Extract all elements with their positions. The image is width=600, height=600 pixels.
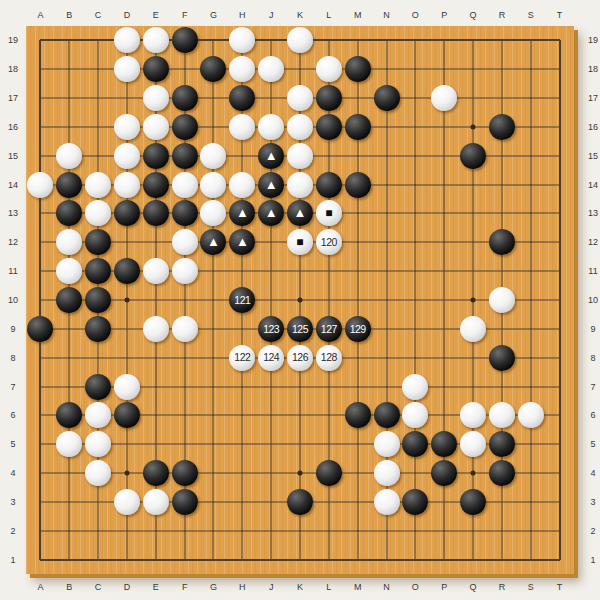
intersection-T9[interactable]: [545, 314, 574, 343]
intersection-G15[interactable]: [199, 141, 228, 170]
intersection-B11[interactable]: [55, 257, 84, 286]
intersection-F3[interactable]: [170, 487, 199, 516]
intersection-K4[interactable]: [286, 459, 315, 488]
intersection-D13[interactable]: [113, 199, 142, 228]
intersection-D6[interactable]: [113, 401, 142, 430]
intersection-B15[interactable]: [55, 141, 84, 170]
intersection-T10[interactable]: [545, 286, 574, 315]
intersection-K12[interactable]: ■: [286, 228, 315, 257]
intersection-O19[interactable]: [401, 26, 430, 55]
intersection-O7[interactable]: [401, 372, 430, 401]
intersection-Q18[interactable]: [459, 55, 488, 84]
intersection-M4[interactable]: [343, 459, 372, 488]
intersection-C11[interactable]: [84, 257, 113, 286]
intersection-B2[interactable]: [55, 516, 84, 545]
intersection-D14[interactable]: [113, 170, 142, 199]
intersection-S19[interactable]: [516, 26, 545, 55]
intersection-H10[interactable]: 121: [228, 286, 257, 315]
intersection-R13[interactable]: [487, 199, 516, 228]
intersection-S12[interactable]: [516, 228, 545, 257]
intersection-G17[interactable]: [199, 84, 228, 113]
intersection-G19[interactable]: [199, 26, 228, 55]
intersection-C2[interactable]: [84, 516, 113, 545]
intersection-A1[interactable]: [26, 545, 55, 574]
intersection-D17[interactable]: [113, 84, 142, 113]
intersection-L9[interactable]: 127: [314, 314, 343, 343]
intersection-H13[interactable]: ▲: [228, 199, 257, 228]
intersection-F15[interactable]: [170, 141, 199, 170]
intersection-A3[interactable]: [26, 487, 55, 516]
intersection-J18[interactable]: [257, 55, 286, 84]
intersection-A6[interactable]: [26, 401, 55, 430]
intersection-C17[interactable]: [84, 84, 113, 113]
intersection-C16[interactable]: [84, 113, 113, 142]
intersection-P19[interactable]: [430, 26, 459, 55]
intersection-T1[interactable]: [545, 545, 574, 574]
intersection-S13[interactable]: [516, 199, 545, 228]
intersection-N1[interactable]: [372, 545, 401, 574]
intersection-R17[interactable]: [487, 84, 516, 113]
intersection-H19[interactable]: [228, 26, 257, 55]
intersection-J19[interactable]: [257, 26, 286, 55]
intersection-T17[interactable]: [545, 84, 574, 113]
intersection-E10[interactable]: [141, 286, 170, 315]
intersection-C10[interactable]: [84, 286, 113, 315]
intersection-K13[interactable]: ▲: [286, 199, 315, 228]
intersection-G16[interactable]: [199, 113, 228, 142]
intersection-N15[interactable]: [372, 141, 401, 170]
intersection-N9[interactable]: [372, 314, 401, 343]
intersection-A7[interactable]: [26, 372, 55, 401]
intersection-B19[interactable]: [55, 26, 84, 55]
intersection-C12[interactable]: [84, 228, 113, 257]
intersection-N12[interactable]: [372, 228, 401, 257]
intersection-Q11[interactable]: [459, 257, 488, 286]
intersection-R18[interactable]: [487, 55, 516, 84]
intersection-A11[interactable]: [26, 257, 55, 286]
intersection-S10[interactable]: [516, 286, 545, 315]
intersection-J1[interactable]: [257, 545, 286, 574]
intersection-R6[interactable]: [487, 401, 516, 430]
intersection-L6[interactable]: [314, 401, 343, 430]
intersection-E5[interactable]: [141, 430, 170, 459]
intersection-C5[interactable]: [84, 430, 113, 459]
intersection-L17[interactable]: [314, 84, 343, 113]
intersection-K11[interactable]: [286, 257, 315, 286]
intersection-R1[interactable]: [487, 545, 516, 574]
intersection-R2[interactable]: [487, 516, 516, 545]
intersection-C7[interactable]: [84, 372, 113, 401]
intersection-F19[interactable]: [170, 26, 199, 55]
intersection-M7[interactable]: [343, 372, 372, 401]
intersection-K7[interactable]: [286, 372, 315, 401]
intersection-Q6[interactable]: [459, 401, 488, 430]
intersection-F11[interactable]: [170, 257, 199, 286]
intersection-B8[interactable]: [55, 343, 84, 372]
intersection-S17[interactable]: [516, 84, 545, 113]
intersection-D1[interactable]: [113, 545, 142, 574]
intersection-O12[interactable]: [401, 228, 430, 257]
intersection-S3[interactable]: [516, 487, 545, 516]
intersection-Q5[interactable]: [459, 430, 488, 459]
intersection-O3[interactable]: [401, 487, 430, 516]
intersection-E17[interactable]: [141, 84, 170, 113]
intersection-P16[interactable]: [430, 113, 459, 142]
intersection-F17[interactable]: [170, 84, 199, 113]
intersection-N3[interactable]: [372, 487, 401, 516]
intersection-L2[interactable]: [314, 516, 343, 545]
intersection-F1[interactable]: [170, 545, 199, 574]
intersection-G8[interactable]: [199, 343, 228, 372]
intersection-E7[interactable]: [141, 372, 170, 401]
intersection-M19[interactable]: [343, 26, 372, 55]
intersection-B18[interactable]: [55, 55, 84, 84]
intersection-K15[interactable]: [286, 141, 315, 170]
intersection-S2[interactable]: [516, 516, 545, 545]
intersection-F7[interactable]: [170, 372, 199, 401]
intersection-P8[interactable]: [430, 343, 459, 372]
intersection-S14[interactable]: [516, 170, 545, 199]
intersection-H1[interactable]: [228, 545, 257, 574]
intersection-C18[interactable]: [84, 55, 113, 84]
intersection-T16[interactable]: [545, 113, 574, 142]
intersection-A4[interactable]: [26, 459, 55, 488]
intersection-H3[interactable]: [228, 487, 257, 516]
intersection-M10[interactable]: [343, 286, 372, 315]
intersection-J16[interactable]: [257, 113, 286, 142]
intersection-T14[interactable]: [545, 170, 574, 199]
intersection-J4[interactable]: [257, 459, 286, 488]
intersection-M12[interactable]: [343, 228, 372, 257]
intersection-T8[interactable]: [545, 343, 574, 372]
intersection-C4[interactable]: [84, 459, 113, 488]
intersection-J6[interactable]: [257, 401, 286, 430]
intersection-G7[interactable]: [199, 372, 228, 401]
intersection-S1[interactable]: [516, 545, 545, 574]
intersection-E11[interactable]: [141, 257, 170, 286]
intersection-T15[interactable]: [545, 141, 574, 170]
intersection-O10[interactable]: [401, 286, 430, 315]
intersection-P17[interactable]: [430, 84, 459, 113]
intersection-B13[interactable]: [55, 199, 84, 228]
intersection-S8[interactable]: [516, 343, 545, 372]
intersection-N16[interactable]: [372, 113, 401, 142]
intersection-H4[interactable]: [228, 459, 257, 488]
intersection-D8[interactable]: [113, 343, 142, 372]
intersection-J13[interactable]: ▲: [257, 199, 286, 228]
intersection-M2[interactable]: [343, 516, 372, 545]
intersection-S16[interactable]: [516, 113, 545, 142]
intersection-C15[interactable]: [84, 141, 113, 170]
intersection-N4[interactable]: [372, 459, 401, 488]
intersection-P7[interactable]: [430, 372, 459, 401]
intersection-D19[interactable]: [113, 26, 142, 55]
intersection-L1[interactable]: [314, 545, 343, 574]
intersection-F13[interactable]: [170, 199, 199, 228]
intersection-D4[interactable]: [113, 459, 142, 488]
intersection-Q16[interactable]: [459, 113, 488, 142]
intersection-E2[interactable]: [141, 516, 170, 545]
intersection-L12[interactable]: 120: [314, 228, 343, 257]
intersection-D18[interactable]: [113, 55, 142, 84]
intersection-J11[interactable]: [257, 257, 286, 286]
intersection-N6[interactable]: [372, 401, 401, 430]
intersection-F9[interactable]: [170, 314, 199, 343]
intersection-B12[interactable]: [55, 228, 84, 257]
intersection-E13[interactable]: [141, 199, 170, 228]
intersection-L18[interactable]: [314, 55, 343, 84]
intersection-J17[interactable]: [257, 84, 286, 113]
intersection-T6[interactable]: [545, 401, 574, 430]
intersection-O15[interactable]: [401, 141, 430, 170]
intersection-J7[interactable]: [257, 372, 286, 401]
intersection-R14[interactable]: [487, 170, 516, 199]
intersection-O13[interactable]: [401, 199, 430, 228]
intersection-M1[interactable]: [343, 545, 372, 574]
intersection-Q7[interactable]: [459, 372, 488, 401]
intersection-H6[interactable]: [228, 401, 257, 430]
intersection-M18[interactable]: [343, 55, 372, 84]
intersection-B16[interactable]: [55, 113, 84, 142]
intersection-G18[interactable]: [199, 55, 228, 84]
intersection-G1[interactable]: [199, 545, 228, 574]
intersection-Q9[interactable]: [459, 314, 488, 343]
intersection-S18[interactable]: [516, 55, 545, 84]
intersection-E18[interactable]: [141, 55, 170, 84]
intersection-R4[interactable]: [487, 459, 516, 488]
intersection-M9[interactable]: 129: [343, 314, 372, 343]
intersection-K19[interactable]: [286, 26, 315, 55]
intersection-M17[interactable]: [343, 84, 372, 113]
intersection-R3[interactable]: [487, 487, 516, 516]
intersection-S6[interactable]: [516, 401, 545, 430]
intersection-O1[interactable]: [401, 545, 430, 574]
intersection-N8[interactable]: [372, 343, 401, 372]
intersection-H14[interactable]: [228, 170, 257, 199]
intersection-M8[interactable]: [343, 343, 372, 372]
intersection-O18[interactable]: [401, 55, 430, 84]
intersection-K2[interactable]: [286, 516, 315, 545]
intersection-S11[interactable]: [516, 257, 545, 286]
intersection-P11[interactable]: [430, 257, 459, 286]
intersection-A5[interactable]: [26, 430, 55, 459]
intersection-F4[interactable]: [170, 459, 199, 488]
intersection-C1[interactable]: [84, 545, 113, 574]
intersection-F8[interactable]: [170, 343, 199, 372]
intersection-N18[interactable]: [372, 55, 401, 84]
intersection-G3[interactable]: [199, 487, 228, 516]
intersection-B6[interactable]: [55, 401, 84, 430]
intersection-Q4[interactable]: [459, 459, 488, 488]
intersection-T13[interactable]: [545, 199, 574, 228]
intersection-J3[interactable]: [257, 487, 286, 516]
intersection-N14[interactable]: [372, 170, 401, 199]
intersection-A2[interactable]: [26, 516, 55, 545]
intersection-H5[interactable]: [228, 430, 257, 459]
intersection-O9[interactable]: [401, 314, 430, 343]
intersection-Q17[interactable]: [459, 84, 488, 113]
intersection-N13[interactable]: [372, 199, 401, 228]
intersection-Q15[interactable]: [459, 141, 488, 170]
intersection-O2[interactable]: [401, 516, 430, 545]
intersection-N19[interactable]: [372, 26, 401, 55]
intersection-N17[interactable]: [372, 84, 401, 113]
intersection-O14[interactable]: [401, 170, 430, 199]
intersection-G9[interactable]: [199, 314, 228, 343]
intersection-E14[interactable]: [141, 170, 170, 199]
intersection-H16[interactable]: [228, 113, 257, 142]
intersection-R16[interactable]: [487, 113, 516, 142]
intersection-H8[interactable]: 122: [228, 343, 257, 372]
intersection-A18[interactable]: [26, 55, 55, 84]
intersection-L13[interactable]: ■: [314, 199, 343, 228]
intersection-O17[interactable]: [401, 84, 430, 113]
intersection-B4[interactable]: [55, 459, 84, 488]
intersection-R15[interactable]: [487, 141, 516, 170]
intersection-H9[interactable]: [228, 314, 257, 343]
intersection-L19[interactable]: [314, 26, 343, 55]
intersection-K8[interactable]: 126: [286, 343, 315, 372]
intersection-D16[interactable]: [113, 113, 142, 142]
intersection-K5[interactable]: [286, 430, 315, 459]
intersection-A9[interactable]: [26, 314, 55, 343]
intersection-T19[interactable]: [545, 26, 574, 55]
intersection-G11[interactable]: [199, 257, 228, 286]
intersection-G12[interactable]: ▲: [199, 228, 228, 257]
intersection-S7[interactable]: [516, 372, 545, 401]
intersection-L11[interactable]: [314, 257, 343, 286]
intersection-G4[interactable]: [199, 459, 228, 488]
intersection-J15[interactable]: ▲: [257, 141, 286, 170]
intersection-H18[interactable]: [228, 55, 257, 84]
intersection-N7[interactable]: [372, 372, 401, 401]
intersection-N5[interactable]: [372, 430, 401, 459]
intersection-R19[interactable]: [487, 26, 516, 55]
intersection-D5[interactable]: [113, 430, 142, 459]
intersection-E12[interactable]: [141, 228, 170, 257]
intersection-E15[interactable]: [141, 141, 170, 170]
intersection-C8[interactable]: [84, 343, 113, 372]
intersection-T4[interactable]: [545, 459, 574, 488]
intersection-C13[interactable]: [84, 199, 113, 228]
intersection-H11[interactable]: [228, 257, 257, 286]
intersection-K3[interactable]: [286, 487, 315, 516]
intersection-C9[interactable]: [84, 314, 113, 343]
intersection-O5[interactable]: [401, 430, 430, 459]
intersection-T12[interactable]: [545, 228, 574, 257]
intersection-B9[interactable]: [55, 314, 84, 343]
intersection-S9[interactable]: [516, 314, 545, 343]
intersection-F10[interactable]: [170, 286, 199, 315]
intersection-M5[interactable]: [343, 430, 372, 459]
intersection-O11[interactable]: [401, 257, 430, 286]
intersection-G10[interactable]: [199, 286, 228, 315]
intersection-P10[interactable]: [430, 286, 459, 315]
intersection-B7[interactable]: [55, 372, 84, 401]
intersection-A13[interactable]: [26, 199, 55, 228]
intersection-M14[interactable]: [343, 170, 372, 199]
intersection-B3[interactable]: [55, 487, 84, 516]
intersection-Q12[interactable]: [459, 228, 488, 257]
intersection-M11[interactable]: [343, 257, 372, 286]
intersection-N2[interactable]: [372, 516, 401, 545]
intersection-G14[interactable]: [199, 170, 228, 199]
intersection-L15[interactable]: [314, 141, 343, 170]
intersection-B14[interactable]: [55, 170, 84, 199]
intersection-D10[interactable]: [113, 286, 142, 315]
intersection-O16[interactable]: [401, 113, 430, 142]
intersection-L8[interactable]: 128: [314, 343, 343, 372]
intersection-T11[interactable]: [545, 257, 574, 286]
intersection-A17[interactable]: [26, 84, 55, 113]
intersection-K6[interactable]: [286, 401, 315, 430]
intersection-B1[interactable]: [55, 545, 84, 574]
intersection-L5[interactable]: [314, 430, 343, 459]
intersection-D7[interactable]: [113, 372, 142, 401]
intersection-C3[interactable]: [84, 487, 113, 516]
intersection-E6[interactable]: [141, 401, 170, 430]
intersection-P9[interactable]: [430, 314, 459, 343]
intersection-E1[interactable]: [141, 545, 170, 574]
intersection-F6[interactable]: [170, 401, 199, 430]
intersection-K16[interactable]: [286, 113, 315, 142]
intersection-P4[interactable]: [430, 459, 459, 488]
intersection-G2[interactable]: [199, 516, 228, 545]
intersection-D3[interactable]: [113, 487, 142, 516]
intersection-A14[interactable]: [26, 170, 55, 199]
intersection-H15[interactable]: [228, 141, 257, 170]
intersection-S15[interactable]: [516, 141, 545, 170]
intersection-K18[interactable]: [286, 55, 315, 84]
intersection-G13[interactable]: [199, 199, 228, 228]
intersection-H12[interactable]: ▲: [228, 228, 257, 257]
intersection-A19[interactable]: [26, 26, 55, 55]
intersection-D15[interactable]: [113, 141, 142, 170]
intersection-H2[interactable]: [228, 516, 257, 545]
intersection-G5[interactable]: [199, 430, 228, 459]
intersection-P1[interactable]: [430, 545, 459, 574]
intersection-J5[interactable]: [257, 430, 286, 459]
intersection-L3[interactable]: [314, 487, 343, 516]
intersection-R10[interactable]: [487, 286, 516, 315]
intersection-Q19[interactable]: [459, 26, 488, 55]
intersection-T3[interactable]: [545, 487, 574, 516]
intersection-P2[interactable]: [430, 516, 459, 545]
intersection-M16[interactable]: [343, 113, 372, 142]
intersection-Q1[interactable]: [459, 545, 488, 574]
intersection-B10[interactable]: [55, 286, 84, 315]
intersection-B5[interactable]: [55, 430, 84, 459]
intersection-A12[interactable]: [26, 228, 55, 257]
intersection-S5[interactable]: [516, 430, 545, 459]
intersection-L16[interactable]: [314, 113, 343, 142]
intersection-Q2[interactable]: [459, 516, 488, 545]
intersection-A8[interactable]: [26, 343, 55, 372]
intersection-P18[interactable]: [430, 55, 459, 84]
intersection-P3[interactable]: [430, 487, 459, 516]
intersection-D9[interactable]: [113, 314, 142, 343]
intersection-F14[interactable]: [170, 170, 199, 199]
intersection-P5[interactable]: [430, 430, 459, 459]
intersection-F2[interactable]: [170, 516, 199, 545]
intersection-J14[interactable]: ▲: [257, 170, 286, 199]
intersection-R5[interactable]: [487, 430, 516, 459]
intersection-E8[interactable]: [141, 343, 170, 372]
intersection-R9[interactable]: [487, 314, 516, 343]
intersection-N11[interactable]: [372, 257, 401, 286]
intersection-Q14[interactable]: [459, 170, 488, 199]
intersection-F5[interactable]: [170, 430, 199, 459]
